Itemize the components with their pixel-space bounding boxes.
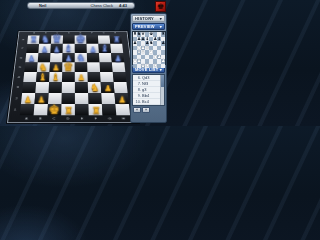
file-label-e: E <box>75 116 89 122</box>
rank-label-1: 1 <box>10 104 20 116</box>
square-a1[interactable] <box>20 104 35 116</box>
file-label-a: A <box>19 116 33 122</box>
black-pawn: ♟ <box>53 45 60 53</box>
file-label-f: F <box>89 116 103 122</box>
square-a4[interactable] <box>23 72 37 82</box>
rank-label-5: 5 <box>15 62 24 72</box>
file-label-c: C <box>47 116 61 122</box>
square-e3[interactable] <box>75 82 88 93</box>
square-g3[interactable]: ♟ <box>101 82 115 93</box>
sidebar: HISTORY ▾ PREVIEW ▾ ♜♞♛♚♜♟♟♝♟♝♟♟♞♟♞♟♛♝♝♟… <box>130 13 167 123</box>
file-label-f: F <box>86 32 98 35</box>
square-a8[interactable]: ♜ <box>27 35 40 44</box>
square-e5[interactable] <box>75 62 88 72</box>
move-nav-controls: «» <box>132 107 165 113</box>
square-h3[interactable] <box>114 82 128 93</box>
history-section-header[interactable]: HISTORY ▾ <box>132 15 165 22</box>
square-d3[interactable] <box>62 82 75 93</box>
square-e1[interactable] <box>75 104 89 116</box>
black-pawn: ♟ <box>41 45 48 53</box>
square-b8[interactable]: ♞ <box>39 35 51 44</box>
black-queen: ♛ <box>52 33 62 44</box>
chessmaster-logo-icon: ♚ <box>155 1 166 12</box>
square-f4[interactable] <box>87 72 100 82</box>
rank-label-3: 3 <box>13 82 23 93</box>
history-label: HISTORY <box>135 16 154 21</box>
black-pawn: ♟ <box>28 55 35 63</box>
square-f3[interactable]: ♞ <box>88 82 102 93</box>
square-d2[interactable] <box>61 93 74 104</box>
square-b3[interactable] <box>35 82 49 93</box>
move-number: 8. <box>133 87 142 92</box>
black-pawn: ♟ <box>114 55 121 63</box>
move-list[interactable]: 6.Qd37.Nf38.g39.Bb410.Bc411.O-O-O <box>132 74 165 106</box>
preview-board: ♜♞♛♚♜♟♟♝♟♝♟♟♞♟♞♟♛♝♝♟♞♟♟♟♟♚♜♜ <box>132 31 166 65</box>
square-b2[interactable]: ♟ <box>34 93 48 104</box>
move-list-scrollbar[interactable] <box>160 75 164 105</box>
white-pawn: ♟ <box>104 84 112 92</box>
rank-label-8: 8 <box>19 35 28 44</box>
move-number: 7. <box>133 81 142 86</box>
white-queen: ♛ <box>63 61 73 73</box>
black-bishop: ♝ <box>64 44 73 54</box>
file-label-d: D <box>61 116 75 122</box>
white-bishop: ♝ <box>51 72 60 82</box>
square-h1[interactable] <box>115 104 130 116</box>
black-pawn: ♟ <box>89 45 96 53</box>
white-bishop: ♝ <box>38 72 47 82</box>
move-list-row[interactable]: 11.O-O-O <box>133 105 164 106</box>
square-g2[interactable] <box>101 93 115 104</box>
white-pawn: ♟ <box>24 95 32 104</box>
square-e8[interactable]: ♚ <box>75 35 87 44</box>
file-label-h: H <box>116 116 130 122</box>
square-g1[interactable] <box>102 104 116 116</box>
square-c4[interactable]: ♝ <box>49 72 62 82</box>
step-back-icon[interactable]: « <box>133 107 141 113</box>
square-e2[interactable] <box>75 93 89 104</box>
preview-section-header[interactable]: PREVIEW ▾ <box>132 23 165 30</box>
board-frame: ABCDEFGH 87654321 ♜♞♛♚♜♟♟♝♟♝♟♟♞♟♞♟♛♝♝♟♞♟… <box>7 31 139 123</box>
move-number: 10. <box>133 99 142 104</box>
square-f1[interactable]: ♜ <box>88 104 102 116</box>
square-b4[interactable]: ♝ <box>36 72 49 82</box>
board-scene: ABCDEFGH 87654321 ♜♞♛♚♜♟♟♝♟♝♟♟♞♟♞♟♛♝♝♟♞♟… <box>0 8 150 126</box>
white-pawn: ♟ <box>78 74 85 82</box>
square-h2[interactable]: ♟ <box>114 93 128 104</box>
white-pawn: ♟ <box>118 95 126 104</box>
white-pawn: ♟ <box>37 95 45 104</box>
square-f5[interactable] <box>87 62 100 72</box>
square-a7[interactable] <box>26 44 39 53</box>
preview-label: PREVIEW <box>135 24 155 29</box>
rank-label-2: 2 <box>11 93 21 104</box>
black-king: ♚ <box>76 33 86 44</box>
white-rook: ♜ <box>64 106 73 116</box>
square-g4[interactable] <box>100 72 113 82</box>
square-b7[interactable]: ♟ <box>38 44 51 53</box>
move-number: 9. <box>133 93 142 98</box>
square-c6[interactable] <box>50 53 63 62</box>
file-label-d: D <box>63 32 75 35</box>
chevron-down-icon: ▾ <box>160 16 162 21</box>
black-knight: ♞ <box>41 35 49 44</box>
square-a2[interactable]: ♟ <box>21 93 35 104</box>
square-f7[interactable]: ♟ <box>87 44 99 53</box>
scrollbar-thumb[interactable] <box>161 75 164 87</box>
white-king: ♚ <box>49 103 60 116</box>
black-knight: ♞ <box>77 53 86 63</box>
square-c8[interactable]: ♛ <box>51 35 63 44</box>
square-g5[interactable] <box>99 62 112 72</box>
step-forward-icon[interactable]: » <box>142 107 150 113</box>
square-a6[interactable]: ♟ <box>25 53 38 62</box>
square-e6[interactable]: ♞ <box>75 53 87 62</box>
square-h7[interactable] <box>110 44 123 53</box>
file-label-g: G <box>98 32 110 35</box>
square-e4[interactable]: ♟ <box>75 72 88 82</box>
square-d5[interactable]: ♛ <box>62 62 75 72</box>
file-labels: ABCDEFGH <box>19 116 131 122</box>
chevron-down-icon: ▾ <box>160 24 162 29</box>
square-h8[interactable]: ♜ <box>110 35 123 44</box>
file-label-g: G <box>103 116 117 122</box>
square-h4[interactable] <box>113 72 127 82</box>
chevron-down-icon: ▾ <box>160 67 162 72</box>
square-d7[interactable]: ♝ <box>63 44 75 53</box>
board-3d[interactable]: ♜♞♛♚♜♟♟♝♟♝♟♟♞♟♞♟♛♝♝♟♞♟♟♟♟♚♜♜ <box>20 35 130 115</box>
black-rook: ♜ <box>112 36 120 44</box>
move-number: 6. <box>133 75 142 80</box>
black-bishop: ♝ <box>101 44 110 54</box>
square-g7[interactable]: ♝ <box>98 44 111 53</box>
move-list-label: MOVE LIST <box>135 67 158 72</box>
king-icon: ♚ <box>157 3 164 11</box>
square-c7[interactable]: ♟ <box>51 44 63 53</box>
square-f8[interactable] <box>86 35 98 44</box>
white-knight: ♞ <box>90 83 99 93</box>
move-number: 11. <box>133 105 142 106</box>
square-g6[interactable] <box>99 53 112 62</box>
square-f6[interactable] <box>87 53 100 62</box>
square-a3[interactable] <box>22 82 36 93</box>
file-label-b: B <box>33 116 47 122</box>
square-b1[interactable] <box>34 104 48 116</box>
square-d1[interactable]: ♜ <box>61 104 75 116</box>
move-list-section-header[interactable]: MOVE LIST ▾ <box>132 66 165 73</box>
square-h5[interactable] <box>112 62 125 72</box>
white-rook: ♜ <box>91 106 100 116</box>
black-rook: ♜ <box>29 36 37 44</box>
rank-label-7: 7 <box>18 44 27 53</box>
square-f2[interactable] <box>88 93 102 104</box>
square-d4[interactable] <box>62 72 75 82</box>
square-c3[interactable] <box>49 82 62 93</box>
board-tilt: ABCDEFGH 87654321 ♜♞♛♚♜♟♟♝♟♝♟♟♞♟♞♟♛♝♝♟♞♟… <box>7 31 139 123</box>
move-san: O-O-O <box>142 105 164 106</box>
square-c1[interactable]: ♚ <box>47 104 61 116</box>
rank-label-4: 4 <box>14 72 23 82</box>
square-a5[interactable] <box>24 62 37 72</box>
rank-label-6: 6 <box>16 53 25 62</box>
square-h6[interactable]: ♟ <box>111 53 124 62</box>
